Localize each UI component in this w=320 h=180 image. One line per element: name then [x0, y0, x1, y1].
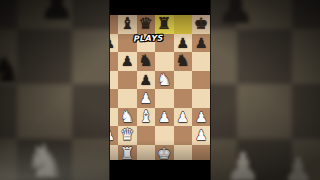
- black-queen: ♛: [137, 15, 156, 34]
- white-pawn: ♟: [174, 108, 193, 127]
- square-g7[interactable]: ♟: [192, 34, 210, 53]
- square-e5[interactable]: ♞: [155, 71, 174, 90]
- square-b5[interactable]: [110, 71, 118, 90]
- white-bishop: ♝: [137, 108, 156, 127]
- square-f2[interactable]: [174, 126, 193, 145]
- square-c6[interactable]: ♟: [118, 52, 137, 71]
- square-g4[interactable]: [192, 89, 210, 108]
- square-d2[interactable]: [137, 126, 156, 145]
- white-pawn: ♟: [155, 108, 174, 127]
- white-pawn: ♟: [192, 126, 210, 145]
- square-g3[interactable]: ♟: [192, 108, 210, 127]
- square-d4[interactable]: ♟: [137, 89, 156, 108]
- white-pawn: ♟: [137, 89, 156, 108]
- square-d6[interactable]: ♞: [137, 52, 156, 71]
- square-f6[interactable]: ♞: [174, 52, 193, 71]
- square-c2[interactable]: ♛: [118, 126, 137, 145]
- square-b2[interactable]: ♟: [110, 126, 118, 145]
- white-pawn: ♟: [192, 108, 210, 127]
- square-e2[interactable]: [155, 126, 174, 145]
- square-c3[interactable]: ♞: [118, 108, 137, 127]
- square-b4[interactable]: [110, 89, 118, 108]
- black-bishop: ♝: [118, 15, 137, 34]
- square-g8[interactable]: ♚: [192, 15, 210, 34]
- black-pawn: ♟: [174, 34, 193, 53]
- square-e3[interactable]: ♟: [155, 108, 174, 127]
- square-d3[interactable]: ♝: [137, 108, 156, 127]
- square-b3[interactable]: [110, 108, 118, 127]
- square-g6[interactable]: [192, 52, 210, 71]
- square-g5[interactable]: [192, 71, 210, 90]
- square-b7[interactable]: ♟: [110, 34, 118, 53]
- square-c5[interactable]: [118, 71, 137, 90]
- square-e4[interactable]: [155, 89, 174, 108]
- video-frame: ♟♞♞♟♟♟ ♝♛♜♚♟♟♟♟♞♞♟♞♟♞♝♟♟♟♟♛♟b♜cd♚efg PLA…: [0, 0, 320, 180]
- square-d8[interactable]: ♛: [137, 15, 156, 34]
- square-f3[interactable]: ♟: [174, 108, 193, 127]
- black-knight: ♞: [174, 52, 193, 71]
- white-knight: ♞: [155, 71, 174, 90]
- white-pawn: ♟: [110, 126, 118, 145]
- square-e6[interactable]: [155, 52, 174, 71]
- square-g2[interactable]: ♟: [192, 126, 210, 145]
- black-pawn: ♟: [192, 34, 210, 53]
- square-f8[interactable]: [174, 15, 193, 34]
- letterbox-bottom: [110, 160, 210, 180]
- black-pawn: ♟: [137, 71, 156, 90]
- black-rook: ♜: [155, 15, 174, 34]
- square-c4[interactable]: [118, 89, 137, 108]
- black-pawn: ♟: [110, 34, 118, 53]
- white-knight: ♞: [118, 108, 137, 127]
- square-b6[interactable]: [110, 52, 118, 71]
- black-king: ♚: [192, 15, 210, 34]
- letterbox-top: [110, 0, 210, 15]
- caption-plays: PLAYS: [133, 33, 163, 43]
- square-e8[interactable]: ♜: [155, 15, 174, 34]
- black-pawn: ♟: [118, 52, 137, 71]
- square-d5[interactable]: ♟: [137, 71, 156, 90]
- square-c8[interactable]: ♝: [118, 15, 137, 34]
- square-f7[interactable]: ♟: [174, 34, 193, 53]
- video-strip: ♝♛♜♚♟♟♟♟♞♞♟♞♟♞♝♟♟♟♟♛♟b♜cd♚efg PLAYS: [110, 0, 210, 180]
- white-queen: ♛: [118, 126, 137, 145]
- square-f5[interactable]: [174, 71, 193, 90]
- square-b8[interactable]: [110, 15, 118, 34]
- square-f4[interactable]: [174, 89, 193, 108]
- black-knight: ♞: [137, 52, 156, 71]
